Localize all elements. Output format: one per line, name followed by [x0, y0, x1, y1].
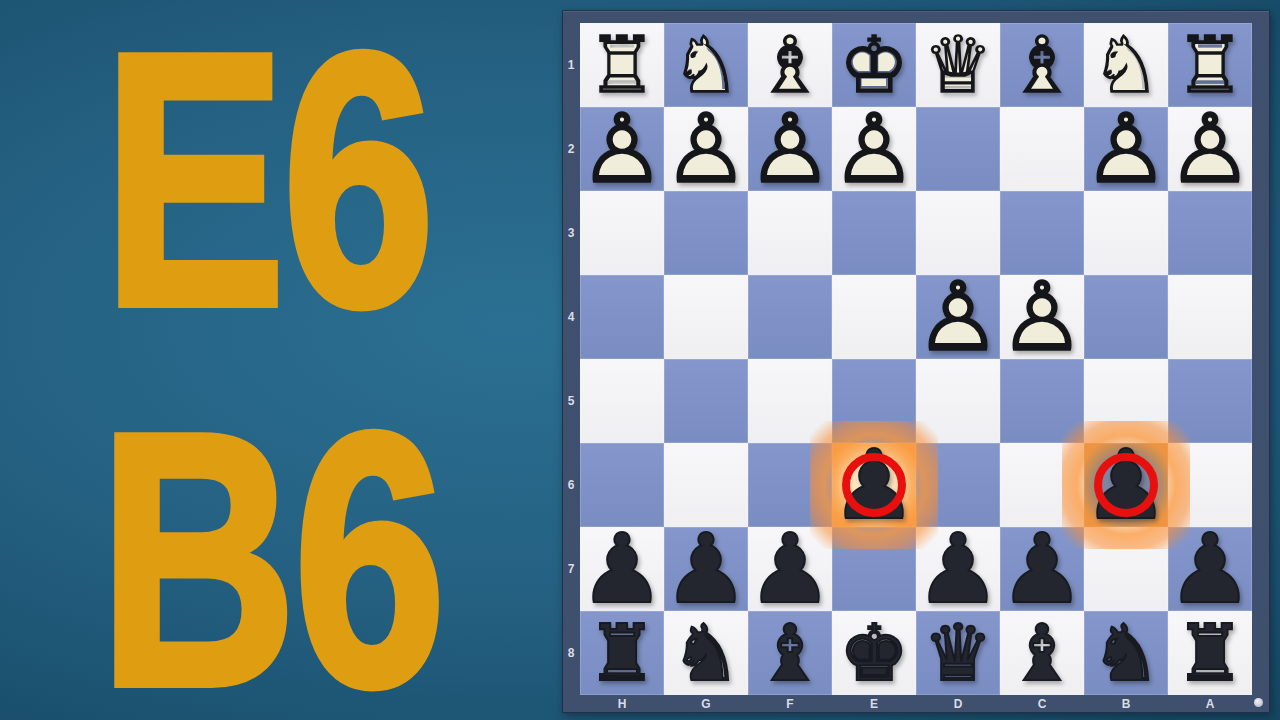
square-h5[interactable]: [580, 359, 664, 443]
white-pawn: ♟♙: [580, 107, 664, 191]
piece-outline: ♙: [832, 107, 916, 191]
rank-label-5: 5: [562, 359, 580, 443]
piece-glyph: ♚: [832, 611, 916, 695]
rank-label-3: 3: [562, 191, 580, 275]
white-pawn: ♟♙: [1084, 107, 1168, 191]
square-c2[interactable]: [1000, 107, 1084, 191]
square-a8[interactable]: ♜: [1168, 611, 1252, 695]
white-pawn: ♟♙: [1168, 107, 1252, 191]
square-f5[interactable]: [748, 359, 832, 443]
piece-outline: ♙: [748, 107, 832, 191]
piece-outline: ♕: [916, 23, 1000, 107]
black-bishop: ♝: [748, 611, 832, 695]
rank-labels: 12345678: [562, 23, 580, 695]
square-g8[interactable]: ♞: [664, 611, 748, 695]
rank-label-7: 7: [562, 527, 580, 611]
square-d1[interactable]: ♛♕: [916, 23, 1000, 107]
square-c1[interactable]: ♝♗: [1000, 23, 1084, 107]
black-pawn: ♟: [1000, 527, 1084, 611]
piece-glyph: ♝: [748, 611, 832, 695]
black-bishop: ♝: [1000, 611, 1084, 695]
white-pawn: ♟♙: [916, 275, 1000, 359]
square-b8[interactable]: ♞: [1084, 611, 1168, 695]
white-queen: ♛♕: [916, 23, 1000, 107]
caption-move-b6: B6: [99, 424, 443, 694]
piece-glyph: ♟: [1168, 527, 1252, 611]
square-b6[interactable]: ♟: [1084, 443, 1168, 527]
rank-label-4: 4: [562, 275, 580, 359]
board-corner-dot: [1254, 698, 1263, 707]
square-h4[interactable]: [580, 275, 664, 359]
piece-outline: ♙: [1000, 275, 1084, 359]
square-a4[interactable]: [1168, 275, 1252, 359]
square-g7[interactable]: ♟: [664, 527, 748, 611]
square-a2[interactable]: ♟♙: [1168, 107, 1252, 191]
square-a7[interactable]: ♟: [1168, 527, 1252, 611]
piece-outline: ♙: [1168, 107, 1252, 191]
piece-glyph: ♟: [1000, 527, 1084, 611]
square-d8[interactable]: ♛: [916, 611, 1000, 695]
highlight-ring-b6: [1094, 453, 1158, 517]
square-b2[interactable]: ♟♙: [1084, 107, 1168, 191]
square-e4[interactable]: [832, 275, 916, 359]
rank-label-8: 8: [562, 611, 580, 695]
square-e6[interactable]: ♟: [832, 443, 916, 527]
rank-label-1: 1: [562, 23, 580, 107]
piece-outline: ♙: [664, 107, 748, 191]
square-h8[interactable]: ♜: [580, 611, 664, 695]
square-a5[interactable]: [1168, 359, 1252, 443]
piece-outline: ♙: [1084, 107, 1168, 191]
black-king: ♚: [832, 611, 916, 695]
square-c8[interactable]: ♝: [1000, 611, 1084, 695]
piece-glyph: ♟: [580, 527, 664, 611]
square-g2[interactable]: ♟♙: [664, 107, 748, 191]
black-pawn: ♟: [664, 527, 748, 611]
black-queen: ♛: [916, 611, 1000, 695]
black-knight: ♞: [664, 611, 748, 695]
piece-glyph: ♜: [1168, 611, 1252, 695]
square-e8[interactable]: ♚: [832, 611, 916, 695]
piece-glyph: ♞: [1084, 611, 1168, 695]
piece-glyph: ♟: [748, 527, 832, 611]
square-f2[interactable]: ♟♙: [748, 107, 832, 191]
black-pawn: ♟: [1168, 527, 1252, 611]
black-pawn: ♟: [916, 527, 1000, 611]
rank-label-2: 2: [562, 107, 580, 191]
square-g4[interactable]: [664, 275, 748, 359]
square-f4[interactable]: [748, 275, 832, 359]
square-h2[interactable]: ♟♙: [580, 107, 664, 191]
white-pawn: ♟♙: [748, 107, 832, 191]
piece-glyph: ♝: [1000, 611, 1084, 695]
square-d7[interactable]: ♟: [916, 527, 1000, 611]
piece-glyph: ♟: [664, 527, 748, 611]
square-g5[interactable]: [664, 359, 748, 443]
black-rook: ♜: [1168, 611, 1252, 695]
square-d2[interactable]: [916, 107, 1000, 191]
square-f7[interactable]: ♟: [748, 527, 832, 611]
piece-glyph: ♞: [664, 611, 748, 695]
piece-glyph: ♛: [916, 611, 1000, 695]
white-pawn: ♟♙: [1000, 275, 1084, 359]
piece-outline: ♗: [1000, 23, 1084, 107]
white-pawn: ♟♙: [832, 107, 916, 191]
square-c7[interactable]: ♟: [1000, 527, 1084, 611]
piece-outline: ♙: [916, 275, 1000, 359]
black-rook: ♜: [580, 611, 664, 695]
chess-board: ♜♖♞♘♝♗♚♔♛♕♝♗♞♘♜♖♟♙♟♙♟♙♟♙♟♙♟♙♟♙♟♙♟♟♟♟♟♟♟♟…: [580, 23, 1252, 695]
square-f8[interactable]: ♝: [748, 611, 832, 695]
white-pawn: ♟♙: [664, 107, 748, 191]
black-knight: ♞: [1084, 611, 1168, 695]
piece-outline: ♙: [580, 107, 664, 191]
black-pawn: ♟: [748, 527, 832, 611]
square-b4[interactable]: [1084, 275, 1168, 359]
square-d4[interactable]: ♟♙: [916, 275, 1000, 359]
piece-glyph: ♟: [916, 527, 1000, 611]
square-c4[interactable]: ♟♙: [1000, 275, 1084, 359]
caption-move-e6: E6: [103, 44, 432, 314]
square-e2[interactable]: ♟♙: [832, 107, 916, 191]
page: { "game": "chess", "position": { "fen": …: [0, 0, 1280, 720]
square-h7[interactable]: ♟: [580, 527, 664, 611]
highlight-ring-e6: [842, 453, 906, 517]
white-bishop: ♝♗: [1000, 23, 1084, 107]
piece-glyph: ♜: [580, 611, 664, 695]
black-pawn: ♟: [580, 527, 664, 611]
rank-label-6: 6: [562, 443, 580, 527]
